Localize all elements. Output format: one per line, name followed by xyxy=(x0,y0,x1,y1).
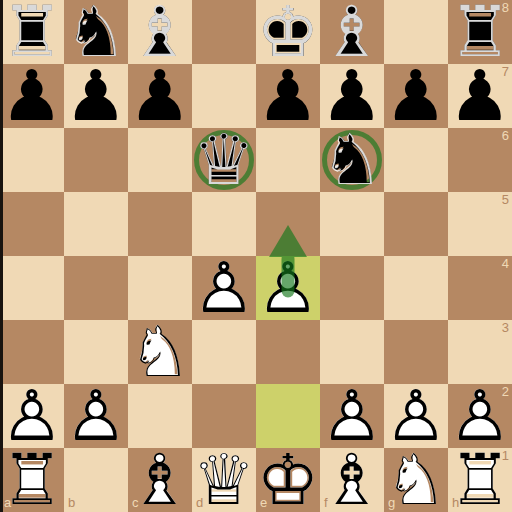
coordinate-layer: abcdefgh12345678 xyxy=(0,0,512,512)
rank-label-3: 3 xyxy=(502,321,509,335)
file-label-b: b xyxy=(68,496,75,510)
rank-label-4: 4 xyxy=(502,257,509,271)
rank-label-5: 5 xyxy=(502,193,509,207)
rank-label-7: 7 xyxy=(502,65,509,79)
file-label-e: e xyxy=(260,496,267,510)
file-label-d: d xyxy=(196,496,203,510)
chess-board: ♜♖♞♘♝♗♚♔♝♗♜♖♟♟♟♟♟♟♟♛♕♞♘♟♙♟♙♞♘♟♙♟♙♟♙♟♙♟♙♜… xyxy=(0,0,512,512)
left-edge-strip xyxy=(0,0,3,512)
rank-label-8: 8 xyxy=(502,1,509,15)
file-label-g: g xyxy=(388,496,395,510)
file-label-c: c xyxy=(132,496,139,510)
file-label-h: h xyxy=(452,496,459,510)
rank-label-2: 2 xyxy=(502,385,509,399)
rank-label-1: 1 xyxy=(502,449,509,463)
file-label-a: a xyxy=(4,496,11,510)
file-label-f: f xyxy=(324,496,328,510)
rank-label-6: 6 xyxy=(502,129,509,143)
